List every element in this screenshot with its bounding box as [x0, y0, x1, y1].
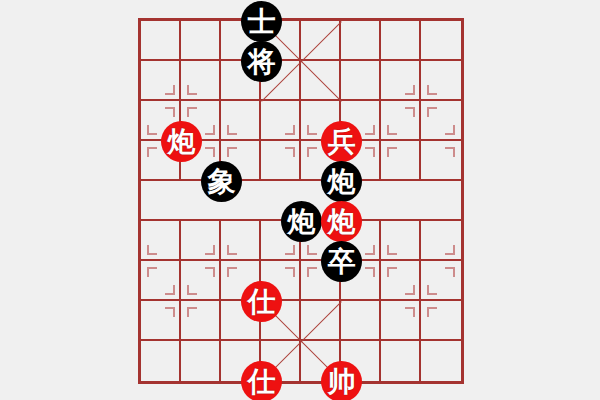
- point-marker-corner: [365, 267, 375, 277]
- point-marker-corner: [205, 125, 215, 135]
- black-cannon[interactable]: 炮: [281, 201, 322, 242]
- point-marker: [125, 245, 157, 277]
- point-marker: [205, 245, 237, 277]
- point-marker-corner: [165, 307, 175, 317]
- board-cell: [421, 341, 461, 381]
- board-cell: [381, 21, 421, 61]
- board-cell: [181, 341, 221, 381]
- board-cell: [421, 21, 461, 61]
- point-marker-corner: [205, 267, 215, 277]
- point-marker-corner: [187, 307, 197, 317]
- red-soldier[interactable]: 兵: [321, 121, 362, 162]
- point-marker-corner: [147, 245, 157, 255]
- point-marker-corner: [445, 245, 455, 255]
- point-marker: [285, 125, 317, 157]
- xiangqi-board: 士将炮兵象炮炮炮卒仕仕帅: [0, 0, 600, 400]
- point-marker-corner: [285, 147, 295, 157]
- board-cell: [141, 21, 181, 61]
- board-cell: [341, 301, 381, 341]
- point-marker: [285, 245, 317, 277]
- board-cell: [341, 61, 381, 101]
- point-marker-corner: [285, 125, 295, 135]
- point-marker-corner: [147, 125, 157, 135]
- point-marker: [365, 125, 397, 157]
- point-marker-corner: [405, 307, 415, 317]
- point-marker: [165, 285, 197, 317]
- point-marker-corner: [387, 125, 397, 135]
- point-marker-corner: [187, 85, 197, 95]
- board-lattice: 士将炮兵象炮炮炮卒仕仕帅: [138, 18, 464, 384]
- point-marker-corner: [307, 267, 317, 277]
- river-cell: [421, 181, 461, 221]
- river-cell: [141, 181, 181, 221]
- point-marker-corner: [405, 285, 415, 295]
- point-marker: [405, 285, 437, 317]
- point-marker-corner: [365, 147, 375, 157]
- point-marker-corner: [307, 147, 317, 157]
- point-marker-corner: [187, 107, 197, 117]
- point-marker: [445, 125, 477, 157]
- board-cell: [341, 21, 381, 61]
- point-marker-corner: [365, 245, 375, 255]
- point-marker-corner: [227, 267, 237, 277]
- point-marker-corner: [427, 107, 437, 117]
- point-marker-corner: [227, 245, 237, 255]
- point-marker-corner: [227, 147, 237, 157]
- red-cannon[interactable]: 炮: [161, 121, 202, 162]
- black-advisor[interactable]: 士: [241, 1, 282, 42]
- point-marker-corner: [285, 267, 295, 277]
- black-cannon[interactable]: 炮: [321, 161, 362, 202]
- point-marker-corner: [307, 245, 317, 255]
- point-marker-corner: [165, 107, 175, 117]
- point-marker-corner: [387, 245, 397, 255]
- board-cell: [181, 21, 221, 61]
- red-advisor[interactable]: 仕: [241, 361, 282, 400]
- point-marker-corner: [205, 245, 215, 255]
- black-general[interactable]: 将: [241, 41, 282, 82]
- point-marker-corner: [227, 125, 237, 135]
- point-marker-corner: [165, 85, 175, 95]
- red-advisor[interactable]: 仕: [241, 281, 282, 322]
- river-cell: [381, 181, 421, 221]
- point-marker: [445, 245, 477, 277]
- point-marker-corner: [187, 285, 197, 295]
- black-soldier[interactable]: 卒: [321, 241, 362, 282]
- point-marker-corner: [445, 147, 455, 157]
- board-cell: [141, 341, 181, 381]
- point-marker-corner: [387, 267, 397, 277]
- point-marker: [365, 245, 397, 277]
- point-marker: [165, 85, 197, 117]
- point-marker-corner: [205, 147, 215, 157]
- point-marker: [405, 85, 437, 117]
- point-marker-corner: [427, 285, 437, 295]
- point-marker: [205, 125, 237, 157]
- board-cell: [381, 341, 421, 381]
- point-marker-corner: [405, 107, 415, 117]
- point-marker-corner: [165, 285, 175, 295]
- point-marker-corner: [405, 85, 415, 95]
- black-elephant[interactable]: 象: [201, 161, 242, 202]
- red-cannon[interactable]: 炮: [321, 201, 362, 242]
- point-marker-corner: [387, 147, 397, 157]
- point-marker-corner: [285, 245, 295, 255]
- point-marker-corner: [147, 267, 157, 277]
- point-marker-corner: [427, 307, 437, 317]
- point-marker-corner: [147, 147, 157, 157]
- point-marker-corner: [445, 125, 455, 135]
- red-general[interactable]: 帅: [321, 361, 362, 400]
- point-marker-corner: [445, 267, 455, 277]
- point-marker: [125, 125, 157, 157]
- point-marker-corner: [427, 85, 437, 95]
- point-marker-corner: [307, 125, 317, 135]
- point-marker-corner: [365, 125, 375, 135]
